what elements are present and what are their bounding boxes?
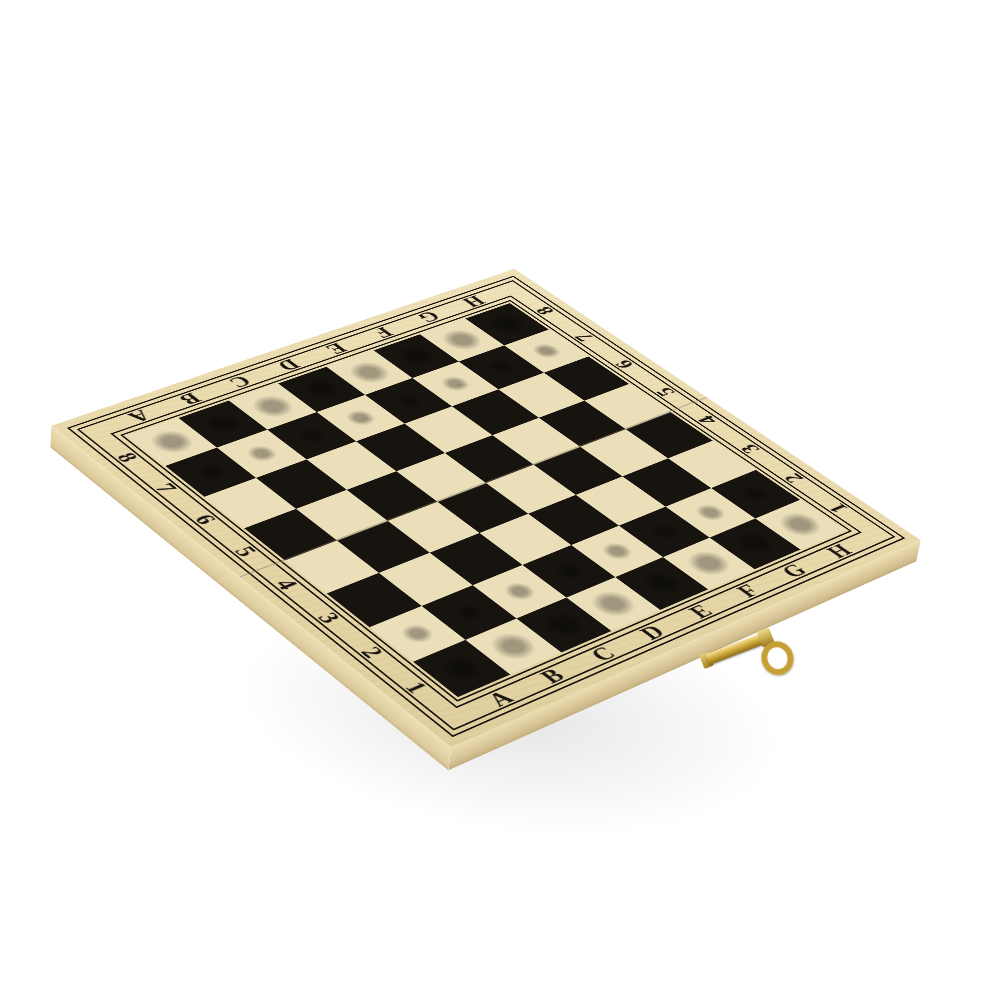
white-bishop-glyph: ♝ <box>540 539 589 629</box>
white-rook-glyph: ♜ <box>440 602 484 672</box>
clasp-bar <box>705 633 765 665</box>
white-bishop-glyph: ♝ <box>685 480 732 567</box>
white-king-glyph: ♚ <box>633 461 691 587</box>
scene-3d: HH88GG77FF66EE55DD44CC33BB22AA11 ♜♞♟♝♟♚♟… <box>0 0 1000 1000</box>
product-photo-white-background: { "game": "chess", "position": { "fen": … <box>0 0 1000 1000</box>
chessboard: HH88GG77FF66EE55DD44CC33BB22AA11 ♜♞♟♝♟♚♟… <box>51 269 920 748</box>
scene: HH88GG77FF66EE55DD44CC33BB22AA11 ♜♞♟♝♟♚♟… <box>0 0 1000 1000</box>
white-knight-glyph: ♞ <box>488 565 539 650</box>
black-pawn-glyph: ♟ <box>191 416 231 476</box>
white-pawn-glyph: ♟ <box>397 574 439 638</box>
white-queen-glyph: ♛ <box>586 498 641 608</box>
white-knight-glyph: ♞ <box>731 467 779 547</box>
